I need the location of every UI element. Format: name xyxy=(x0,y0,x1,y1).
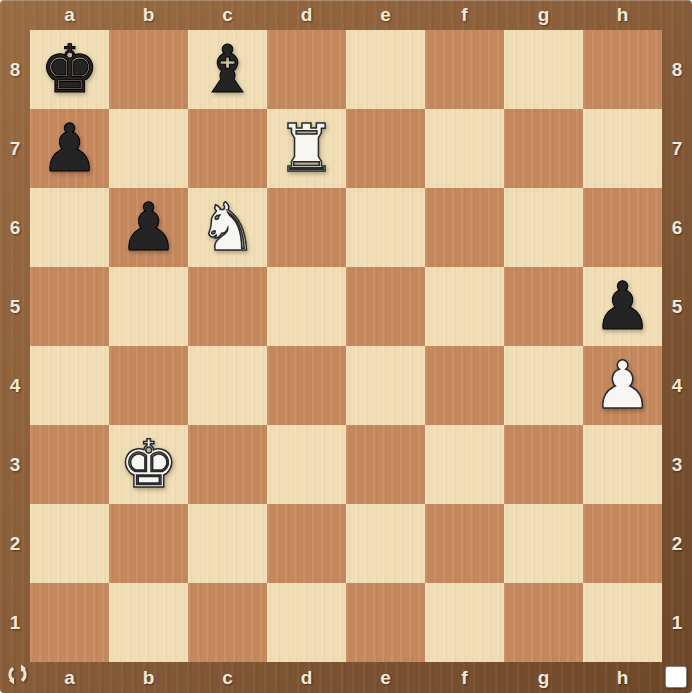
square-c1[interactable] xyxy=(188,583,267,662)
square-h7[interactable] xyxy=(583,109,662,188)
square-e2[interactable] xyxy=(346,504,425,583)
square-h4[interactable]: ♟ xyxy=(583,346,662,425)
square-d4[interactable] xyxy=(267,346,346,425)
square-f5[interactable] xyxy=(425,267,504,346)
rank-label-right-6: 6 xyxy=(662,188,692,267)
square-c5[interactable] xyxy=(188,267,267,346)
file-label-bottom-f: f xyxy=(425,662,504,693)
rank-label-left-8: 8 xyxy=(0,30,30,109)
rank-label-right-2: 2 xyxy=(662,504,692,583)
square-b3[interactable]: ♚ xyxy=(109,425,188,504)
file-labels-top: abcdefgh xyxy=(30,0,662,30)
piece-black-pawn[interactable]: ♟ xyxy=(40,109,99,188)
rank-label-left-6: 6 xyxy=(0,188,30,267)
square-a4[interactable] xyxy=(30,346,109,425)
square-a6[interactable] xyxy=(30,188,109,267)
square-g7[interactable] xyxy=(504,109,583,188)
square-a1[interactable] xyxy=(30,583,109,662)
square-g2[interactable] xyxy=(504,504,583,583)
piece-black-bishop[interactable]: ♝ xyxy=(198,30,257,109)
square-g5[interactable] xyxy=(504,267,583,346)
square-g8[interactable] xyxy=(504,30,583,109)
square-c7[interactable] xyxy=(188,109,267,188)
square-f6[interactable] xyxy=(425,188,504,267)
piece-white-pawn[interactable]: ♟ xyxy=(593,346,652,425)
rank-label-left-1: 1 xyxy=(0,583,30,662)
rank-label-left-2: 2 xyxy=(0,504,30,583)
file-label-bottom-d: d xyxy=(267,662,346,693)
file-label-top-e: e xyxy=(346,0,425,30)
square-d3[interactable] xyxy=(267,425,346,504)
square-b6[interactable]: ♟ xyxy=(109,188,188,267)
square-a7[interactable]: ♟ xyxy=(30,109,109,188)
square-a3[interactable] xyxy=(30,425,109,504)
square-a2[interactable] xyxy=(30,504,109,583)
square-b5[interactable] xyxy=(109,267,188,346)
square-e5[interactable] xyxy=(346,267,425,346)
file-label-top-d: d xyxy=(267,0,346,30)
square-b1[interactable] xyxy=(109,583,188,662)
rank-label-left-4: 4 xyxy=(0,346,30,425)
square-c4[interactable] xyxy=(188,346,267,425)
square-f3[interactable] xyxy=(425,425,504,504)
rank-label-right-3: 3 xyxy=(662,425,692,504)
square-f8[interactable] xyxy=(425,30,504,109)
square-f7[interactable] xyxy=(425,109,504,188)
rank-label-right-5: 5 xyxy=(662,267,692,346)
file-labels-bottom: abcdefgh xyxy=(30,662,662,693)
rank-label-right-8: 8 xyxy=(662,30,692,109)
square-d2[interactable] xyxy=(267,504,346,583)
square-a5[interactable] xyxy=(30,267,109,346)
square-f1[interactable] xyxy=(425,583,504,662)
square-d7[interactable]: ♜ xyxy=(267,109,346,188)
square-h2[interactable] xyxy=(583,504,662,583)
square-g6[interactable] xyxy=(504,188,583,267)
square-b7[interactable] xyxy=(109,109,188,188)
square-e1[interactable] xyxy=(346,583,425,662)
square-f2[interactable] xyxy=(425,504,504,583)
file-label-top-h: h xyxy=(583,0,662,30)
square-h1[interactable] xyxy=(583,583,662,662)
square-f4[interactable] xyxy=(425,346,504,425)
square-a8[interactable]: ♚ xyxy=(30,30,109,109)
file-label-bottom-e: e xyxy=(346,662,425,693)
square-h3[interactable] xyxy=(583,425,662,504)
board: ♚♝♟♜♟♞♟♟♚ xyxy=(30,30,662,662)
square-e8[interactable] xyxy=(346,30,425,109)
rank-labels-right: 87654321 xyxy=(662,30,692,662)
piece-white-knight[interactable]: ♞ xyxy=(198,188,257,267)
rank-label-right-4: 4 xyxy=(662,346,692,425)
file-label-top-g: g xyxy=(504,0,583,30)
square-g3[interactable] xyxy=(504,425,583,504)
square-b8[interactable] xyxy=(109,30,188,109)
white-to-move-indicator xyxy=(665,666,687,688)
square-c3[interactable] xyxy=(188,425,267,504)
square-b2[interactable] xyxy=(109,504,188,583)
rank-label-left-5: 5 xyxy=(0,267,30,346)
square-d6[interactable] xyxy=(267,188,346,267)
file-label-top-c: c xyxy=(188,0,267,30)
square-d5[interactable] xyxy=(267,267,346,346)
square-h6[interactable] xyxy=(583,188,662,267)
piece-white-rook[interactable]: ♜ xyxy=(277,109,336,188)
file-label-top-b: b xyxy=(109,0,188,30)
square-b4[interactable] xyxy=(109,346,188,425)
piece-black-king[interactable]: ♚ xyxy=(40,30,99,109)
square-h5[interactable]: ♟ xyxy=(583,267,662,346)
file-label-top-f: f xyxy=(425,0,504,30)
square-d8[interactable] xyxy=(267,30,346,109)
square-d1[interactable] xyxy=(267,583,346,662)
piece-black-pawn[interactable]: ♟ xyxy=(593,267,652,346)
square-h8[interactable] xyxy=(583,30,662,109)
file-label-bottom-h: h xyxy=(583,662,662,693)
flip-board-icon xyxy=(6,663,29,686)
rank-labels-left: 87654321 xyxy=(0,30,30,662)
square-c2[interactable] xyxy=(188,504,267,583)
square-c8[interactable]: ♝ xyxy=(188,30,267,109)
rank-label-right-7: 7 xyxy=(662,109,692,188)
piece-white-king[interactable]: ♚ xyxy=(119,425,178,504)
file-label-bottom-c: c xyxy=(188,662,267,693)
square-e7[interactable] xyxy=(346,109,425,188)
rank-label-left-7: 7 xyxy=(0,109,30,188)
piece-black-pawn[interactable]: ♟ xyxy=(119,188,178,267)
rank-label-right-1: 1 xyxy=(662,583,692,662)
chess-board-widget: abcdefgh abcdefgh 87654321 87654321 ♚♝♟♜… xyxy=(0,0,692,693)
flip-board-button[interactable] xyxy=(5,662,30,687)
rank-label-left-3: 3 xyxy=(0,425,30,504)
square-c6[interactable]: ♞ xyxy=(188,188,267,267)
square-g4[interactable] xyxy=(504,346,583,425)
square-e4[interactable] xyxy=(346,346,425,425)
square-g1[interactable] xyxy=(504,583,583,662)
file-label-bottom-b: b xyxy=(109,662,188,693)
square-e3[interactable] xyxy=(346,425,425,504)
file-label-top-a: a xyxy=(30,0,109,30)
file-label-bottom-g: g xyxy=(504,662,583,693)
file-label-bottom-a: a xyxy=(30,662,109,693)
square-e6[interactable] xyxy=(346,188,425,267)
